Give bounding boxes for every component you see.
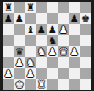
piece-black-pawn: ♟: [37, 24, 46, 35]
square-c5[interactable]: [25, 35, 36, 46]
square-d5[interactable]: [36, 35, 47, 46]
square-g4[interactable]: ♟: [69, 46, 80, 57]
square-h2[interactable]: [80, 68, 91, 79]
square-h4[interactable]: [80, 46, 91, 57]
piece-black-knight: ♞: [48, 35, 57, 46]
square-a4[interactable]: [3, 46, 14, 57]
piece-black-pawn: ♟: [4, 13, 13, 24]
square-f3[interactable]: [58, 57, 69, 68]
piece-black-pawn: ♟: [70, 13, 79, 24]
square-c2[interactable]: ♟: [25, 68, 36, 79]
square-d6[interactable]: ♟: [36, 24, 47, 35]
square-g6[interactable]: [69, 24, 80, 35]
square-a5[interactable]: [3, 35, 14, 46]
square-h1[interactable]: [80, 79, 91, 90]
square-b6[interactable]: [14, 24, 25, 35]
piece-black-bishop: ♝: [26, 24, 35, 35]
square-b3[interactable]: ♟: [14, 57, 25, 68]
square-b1[interactable]: ♚: [14, 79, 25, 90]
square-f5[interactable]: [58, 35, 69, 46]
piece-white-pawn: ♟: [4, 68, 13, 79]
piece-black-king: ♚: [81, 13, 90, 24]
square-a7[interactable]: ♟: [3, 13, 14, 24]
square-d7[interactable]: [36, 13, 47, 24]
piece-white-pawn: ♟: [48, 46, 57, 57]
square-d1[interactable]: ♜: [36, 79, 47, 90]
square-g3[interactable]: [69, 57, 80, 68]
piece-white-pawn: ♟: [15, 57, 24, 68]
square-c4[interactable]: [25, 46, 36, 57]
piece-white-pawn: ♟: [70, 46, 79, 57]
piece-white-pawn: ♟: [59, 24, 68, 35]
square-e1[interactable]: [47, 79, 58, 90]
square-f2[interactable]: [58, 68, 69, 79]
square-g7[interactable]: ♟: [69, 13, 80, 24]
piece-black-pawn: ♟: [48, 24, 57, 35]
square-b4[interactable]: ♛: [14, 46, 25, 57]
square-c1[interactable]: [25, 79, 36, 90]
square-c8[interactable]: ♜: [25, 2, 36, 13]
piece-black-rook: ♜: [4, 2, 13, 13]
square-b7[interactable]: ♟: [14, 13, 25, 24]
square-a1[interactable]: [3, 79, 14, 90]
square-f4[interactable]: ♛: [58, 46, 69, 57]
square-c3[interactable]: ♞: [25, 57, 36, 68]
square-e2[interactable]: [47, 68, 58, 79]
piece-black-pawn: ♟: [15, 13, 24, 24]
piece-white-queen: ♛: [59, 46, 68, 57]
square-h3[interactable]: [80, 57, 91, 68]
square-d8[interactable]: [36, 2, 47, 13]
square-e5[interactable]: ♞: [47, 35, 58, 46]
square-h8[interactable]: [80, 2, 91, 13]
square-c6[interactable]: ♝: [25, 24, 36, 35]
square-f1[interactable]: [58, 79, 69, 90]
square-g1[interactable]: [69, 79, 80, 90]
square-g5[interactable]: [69, 35, 80, 46]
square-c7[interactable]: [25, 13, 36, 24]
piece-white-knight: ♞: [37, 46, 46, 57]
piece-white-pawn: ♟: [26, 68, 35, 79]
square-b2[interactable]: [14, 68, 25, 79]
board-frame: ♜♜♟♟♟♚♝♟♟♟♞♛♞♟♛♟♟♞♟♟♚♜: [0, 0, 94, 91]
square-g8[interactable]: [69, 2, 80, 13]
piece-black-queen: ♛: [15, 46, 24, 57]
piece-white-rook: ♜: [37, 79, 46, 90]
square-b8[interactable]: [14, 2, 25, 13]
square-f7[interactable]: [58, 13, 69, 24]
chess-board: ♜♜♟♟♟♚♝♟♟♟♞♛♞♟♛♟♟♞♟♟♚♜: [3, 2, 91, 90]
square-f8[interactable]: [58, 2, 69, 13]
square-a6[interactable]: [3, 24, 14, 35]
square-d2[interactable]: [36, 68, 47, 79]
square-a2[interactable]: ♟: [3, 68, 14, 79]
square-h5[interactable]: [80, 35, 91, 46]
square-e8[interactable]: [47, 2, 58, 13]
square-a3[interactable]: [3, 57, 14, 68]
square-d4[interactable]: ♞: [36, 46, 47, 57]
square-e7[interactable]: [47, 13, 58, 24]
square-h7[interactable]: ♚: [80, 13, 91, 24]
square-a8[interactable]: ♜: [3, 2, 14, 13]
square-g2[interactable]: [69, 68, 80, 79]
piece-black-rook: ♜: [26, 2, 35, 13]
square-b5[interactable]: [14, 35, 25, 46]
square-e3[interactable]: [47, 57, 58, 68]
piece-white-king: ♚: [15, 79, 24, 90]
square-h6[interactable]: [80, 24, 91, 35]
square-d3[interactable]: [36, 57, 47, 68]
square-e6[interactable]: ♟: [47, 24, 58, 35]
piece-white-knight: ♞: [26, 57, 35, 68]
square-f6[interactable]: ♟: [58, 24, 69, 35]
square-e4[interactable]: ♟: [47, 46, 58, 57]
